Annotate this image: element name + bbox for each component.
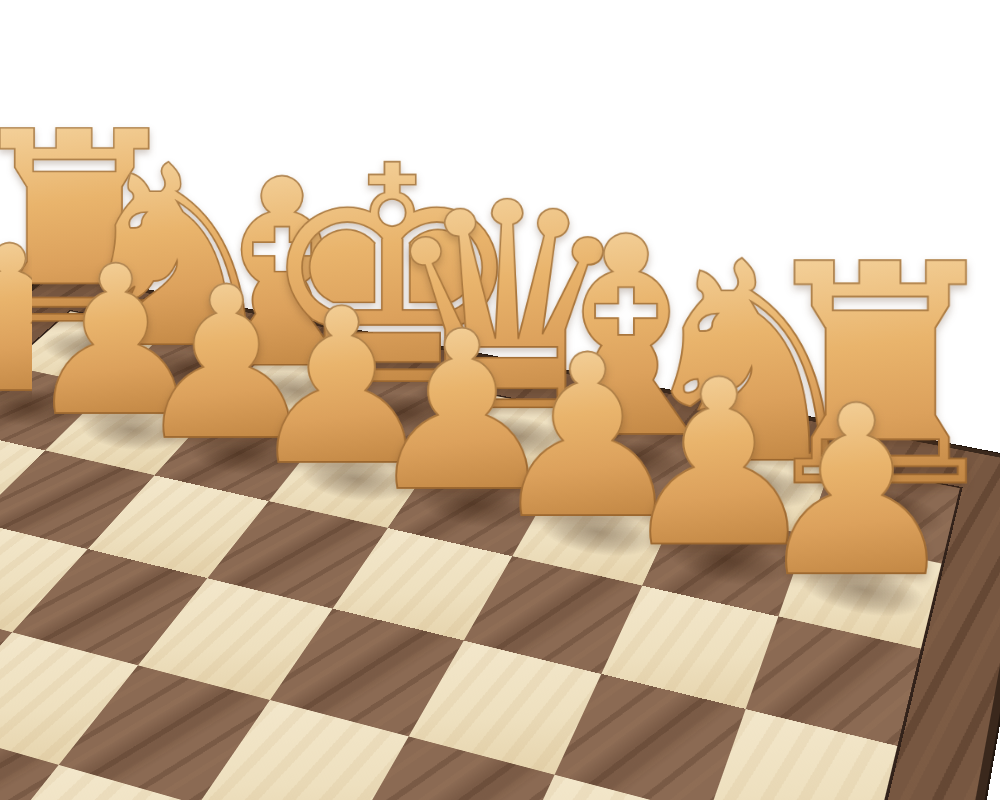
piece-white-pawn: ♟ bbox=[751, 375, 961, 610]
square-b4 bbox=[555, 674, 746, 800]
playing-field: ♜♞♝♚♛♝♞♜♟♟♟♟♟♟♟♟ bbox=[0, 311, 960, 800]
chess-set-photo-scene: ♜♞♝♚♛♝♞♜♟♟♟♟♟♟♟♟ bbox=[0, 0, 1000, 800]
chess-board: ♜♞♝♚♛♝♞♜♟♟♟♟♟♟♟♟ bbox=[0, 275, 1000, 800]
